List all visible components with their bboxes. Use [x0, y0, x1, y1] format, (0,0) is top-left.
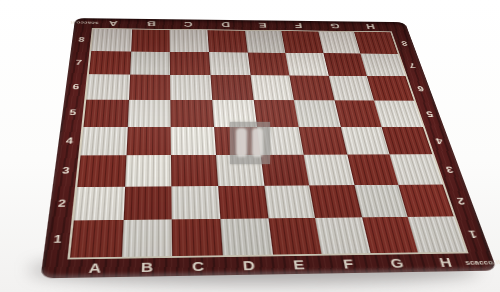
files-top-label-b: B [132, 19, 170, 29]
files-bottom-label-f: F [322, 255, 375, 274]
square-c2[interactable] [172, 186, 221, 220]
square-b4[interactable] [126, 127, 171, 156]
square-e8[interactable] [245, 31, 286, 53]
square-e1[interactable] [268, 218, 322, 254]
square-f7[interactable] [285, 53, 328, 76]
files-top-label-f: F [280, 21, 318, 31]
square-a8[interactable] [91, 29, 132, 51]
ranks-left-label-2: 2 [48, 187, 75, 221]
square-f8[interactable] [282, 31, 324, 53]
square-c8[interactable] [170, 30, 209, 52]
square-b1[interactable] [121, 220, 172, 257]
square-e7[interactable] [247, 52, 289, 75]
files-bottom-label-d: D [223, 256, 275, 275]
square-f6[interactable] [290, 76, 335, 101]
files-bottom-label-b: B [121, 258, 173, 277]
square-b8[interactable] [131, 29, 170, 51]
square-a6[interactable] [86, 74, 129, 99]
ranks-left-label-6: 6 [64, 74, 87, 99]
square-h4[interactable] [382, 127, 433, 155]
square-c1[interactable] [172, 219, 223, 256]
square-b7[interactable] [130, 51, 170, 75]
square-b2[interactable] [123, 186, 172, 220]
watermark-piece-silhouette-right [252, 128, 263, 157]
square-f5[interactable] [294, 100, 341, 126]
square-b3[interactable] [125, 155, 172, 186]
ranks-left-label-1: 1 [43, 221, 71, 258]
square-d7[interactable] [209, 52, 250, 75]
square-a7[interactable] [89, 51, 131, 75]
watermark-piece-silhouette-left [236, 128, 247, 157]
square-c3[interactable] [171, 155, 218, 186]
square-a4[interactable] [81, 127, 128, 156]
square-a3[interactable] [77, 155, 126, 186]
files-top-label-c: C [170, 19, 208, 29]
brand-text-bottom: scacco.it [466, 253, 499, 271]
files-top-label-e: E [243, 20, 281, 30]
files-bottom-label-a: A [68, 259, 122, 278]
square-e2[interactable] [264, 185, 315, 218]
square-c7[interactable] [170, 52, 210, 75]
files-top-label-g: G [316, 21, 355, 31]
square-e6[interactable] [250, 75, 294, 100]
ranks-left-label-7: 7 [68, 51, 90, 75]
square-h5[interactable] [374, 100, 423, 126]
watermark-overlay [230, 122, 270, 164]
files-bottom-label-e: E [273, 256, 325, 275]
square-h8[interactable] [354, 32, 397, 54]
brand-text-top: scacco.it [73, 18, 96, 28]
files-top-label-h: H [351, 21, 390, 31]
ranks-left-label-5: 5 [61, 99, 85, 126]
square-f3[interactable] [304, 155, 354, 186]
square-a5[interactable] [84, 100, 129, 127]
square-d8[interactable] [207, 30, 247, 52]
square-d2[interactable] [218, 186, 268, 220]
square-a2[interactable] [74, 187, 125, 221]
files-bottom-label-g: G [371, 254, 424, 272]
square-h7[interactable] [361, 53, 406, 76]
square-b6[interactable] [129, 75, 171, 100]
square-g8[interactable] [318, 32, 360, 54]
square-c5[interactable] [171, 100, 214, 127]
square-d1[interactable] [220, 219, 272, 256]
photo-background: scacco.it ABCDEFGH scacco.it ABCDEFGH 87… [0, 0, 500, 292]
square-h6[interactable] [367, 76, 414, 100]
files-top-label-d: D [207, 20, 245, 30]
files-top-label-a: A [94, 18, 133, 28]
ranks-left-label-4: 4 [57, 127, 82, 156]
square-d6[interactable] [210, 75, 253, 100]
square-a1[interactable] [70, 220, 123, 257]
square-h3[interactable] [390, 154, 443, 184]
square-f2[interactable] [309, 185, 362, 218]
square-f4[interactable] [299, 127, 347, 155]
ranks-left-label-3: 3 [53, 156, 79, 187]
ranks-left-label-8: 8 [71, 29, 92, 51]
square-c4[interactable] [171, 127, 216, 156]
files-bottom-label-c: C [172, 257, 224, 276]
square-f1[interactable] [315, 218, 370, 254]
square-c6[interactable] [170, 75, 212, 100]
square-b5[interactable] [127, 100, 170, 127]
